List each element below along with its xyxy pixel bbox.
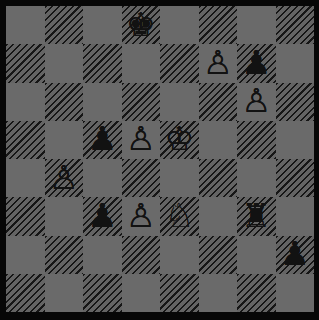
piece-white-pawn: ♙ (126, 199, 156, 232)
square-c4[interactable] (83, 159, 122, 197)
square-e2[interactable] (160, 236, 199, 274)
square-e3[interactable]: ♘ (160, 197, 199, 235)
square-f5[interactable] (199, 121, 238, 159)
piece-black-rook: ♜ (241, 199, 271, 232)
square-d2[interactable] (122, 236, 161, 274)
square-d7[interactable] (122, 44, 161, 82)
piece-white-pawn: ♙ (241, 84, 271, 117)
square-c6[interactable] (83, 83, 122, 121)
square-g6[interactable]: ♙ (237, 83, 276, 121)
square-d6[interactable] (122, 83, 161, 121)
piece-white-knight: ♘ (164, 199, 194, 232)
square-b6[interactable] (45, 83, 84, 121)
square-h5[interactable] (276, 121, 315, 159)
square-e8[interactable] (160, 6, 199, 44)
square-h2[interactable]: ♟ (276, 236, 315, 274)
square-b2[interactable] (45, 236, 84, 274)
square-b3[interactable] (45, 197, 84, 235)
square-b5[interactable] (45, 121, 84, 159)
square-e7[interactable] (160, 44, 199, 82)
piece-black-king: ♚ (126, 8, 156, 41)
square-h1[interactable] (276, 274, 315, 312)
board-frame: ♚♙♟♙♟♙♔♙♟♙♘♜♟ (0, 0, 319, 320)
square-g2[interactable] (237, 236, 276, 274)
square-f1[interactable] (199, 274, 238, 312)
square-c5[interactable]: ♟ (83, 121, 122, 159)
piece-black-pawn: ♟ (87, 122, 117, 155)
square-d1[interactable] (122, 274, 161, 312)
square-e5[interactable]: ♔ (160, 121, 199, 159)
square-b8[interactable] (45, 6, 84, 44)
square-g5[interactable] (237, 121, 276, 159)
square-g8[interactable] (237, 6, 276, 44)
square-a7[interactable] (6, 44, 45, 82)
square-h6[interactable] (276, 83, 315, 121)
piece-white-pawn: ♙ (203, 46, 233, 79)
square-d4[interactable] (122, 159, 161, 197)
square-g1[interactable] (237, 274, 276, 312)
square-d8[interactable]: ♚ (122, 6, 161, 44)
square-a6[interactable] (6, 83, 45, 121)
square-b4[interactable]: ♙ (45, 159, 84, 197)
square-f3[interactable] (199, 197, 238, 235)
piece-white-king: ♔ (164, 122, 194, 155)
square-a3[interactable] (6, 197, 45, 235)
square-b7[interactable] (45, 44, 84, 82)
piece-white-pawn: ♙ (126, 122, 156, 155)
square-f2[interactable] (199, 236, 238, 274)
square-g7[interactable]: ♟ (237, 44, 276, 82)
square-e1[interactable] (160, 274, 199, 312)
square-g4[interactable] (237, 159, 276, 197)
square-f7[interactable]: ♙ (199, 44, 238, 82)
square-h8[interactable] (276, 6, 315, 44)
square-b1[interactable] (45, 274, 84, 312)
square-e6[interactable] (160, 83, 199, 121)
square-d3[interactable]: ♙ (122, 197, 161, 235)
square-c1[interactable] (83, 274, 122, 312)
piece-white-pawn: ♙ (49, 161, 79, 194)
square-h7[interactable] (276, 44, 315, 82)
square-a2[interactable] (6, 236, 45, 274)
square-c7[interactable] (83, 44, 122, 82)
square-d5[interactable]: ♙ (122, 121, 161, 159)
square-f8[interactable] (199, 6, 238, 44)
square-a4[interactable] (6, 159, 45, 197)
chess-board: ♚♙♟♙♟♙♔♙♟♙♘♜♟ (6, 6, 314, 312)
square-c8[interactable] (83, 6, 122, 44)
piece-black-pawn: ♟ (87, 199, 117, 232)
square-f4[interactable] (199, 159, 238, 197)
square-h4[interactable] (276, 159, 315, 197)
square-g3[interactable]: ♜ (237, 197, 276, 235)
square-f6[interactable] (199, 83, 238, 121)
square-a8[interactable] (6, 6, 45, 44)
square-e4[interactable] (160, 159, 199, 197)
square-a5[interactable] (6, 121, 45, 159)
piece-black-pawn: ♟ (280, 237, 310, 270)
square-c2[interactable] (83, 236, 122, 274)
square-c3[interactable]: ♟ (83, 197, 122, 235)
piece-black-pawn: ♟ (241, 46, 271, 79)
square-h3[interactable] (276, 197, 315, 235)
square-a1[interactable] (6, 274, 45, 312)
